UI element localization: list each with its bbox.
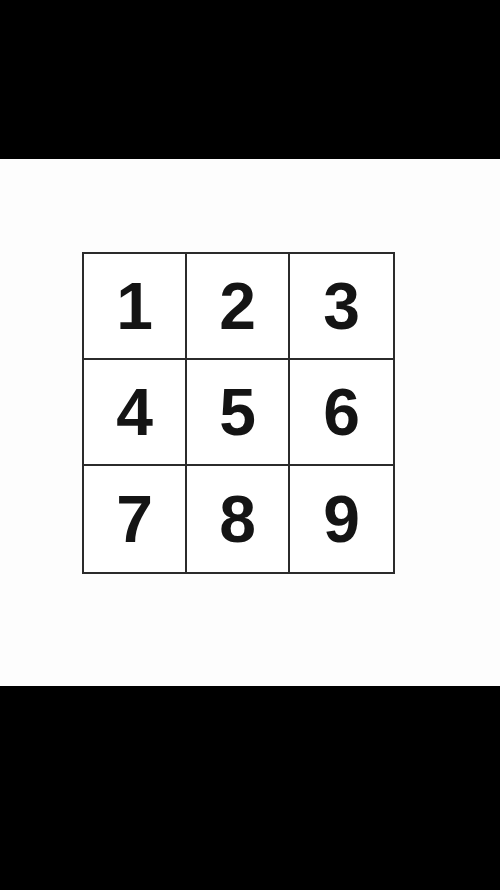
letterbox-top xyxy=(0,0,500,159)
cell-r3c2: 8 xyxy=(187,466,290,572)
cell-r2c2: 5 xyxy=(187,360,290,466)
content-panel: 1 2 3 4 5 6 7 8 9 xyxy=(0,159,500,686)
cell-r1c2: 2 xyxy=(187,254,290,360)
cell-r1c3: 3 xyxy=(290,254,393,360)
cell-r3c3: 9 xyxy=(290,466,393,572)
cell-r2c1: 4 xyxy=(84,360,187,466)
cell-r3c1: 7 xyxy=(84,466,187,572)
number-grid-board: 1 2 3 4 5 6 7 8 9 xyxy=(82,252,395,574)
letterbox-bottom xyxy=(0,686,500,890)
cell-r2c3: 6 xyxy=(290,360,393,466)
cell-r1c1: 1 xyxy=(84,254,187,360)
